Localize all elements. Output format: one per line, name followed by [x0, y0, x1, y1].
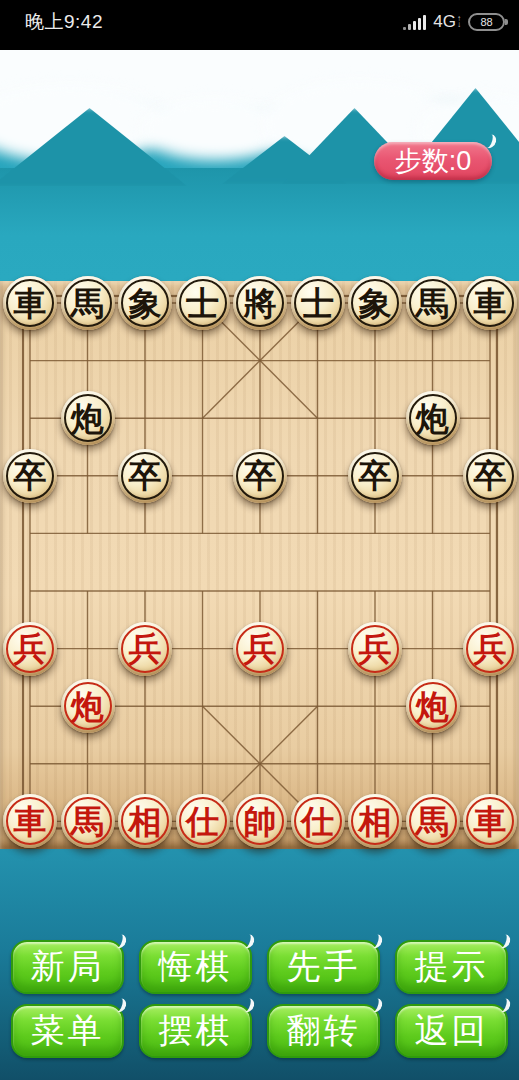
piece-glyph: 炮	[416, 690, 449, 723]
button-label: 摆棋	[159, 1008, 233, 1054]
board-intersection[interactable]: 車	[461, 793, 519, 851]
button-label: 提示	[415, 944, 489, 990]
board-intersection[interactable]: 士	[289, 274, 347, 332]
piece-black-cannon[interactable]: 炮	[61, 391, 115, 445]
piece-red-elephant[interactable]: 相	[348, 794, 402, 848]
board-intersection[interactable]	[461, 389, 519, 447]
board-intersection[interactable]: 仕	[289, 793, 347, 851]
piece-glyph: 將	[244, 287, 277, 320]
piece-red-soldier[interactable]: 兵	[118, 622, 172, 676]
board-intersection[interactable]	[59, 332, 117, 390]
piece-black-elephant[interactable]: 象	[348, 276, 402, 330]
piece-black-elephant[interactable]: 象	[118, 276, 172, 330]
board-intersection[interactable]	[174, 389, 232, 447]
board-intersection[interactable]	[461, 562, 519, 620]
board-intersection[interactable]	[289, 562, 347, 620]
piece-red-soldier[interactable]: 兵	[233, 622, 287, 676]
piece-black-soldier[interactable]: 卒	[463, 449, 517, 503]
piece-glyph: 帥	[244, 805, 277, 838]
piece-glyph: 卒	[474, 459, 507, 492]
board-intersection[interactable]	[346, 677, 404, 735]
board-intersection[interactable]	[1, 562, 59, 620]
clock-time: 晚上9:42	[25, 9, 103, 35]
button-label: 先手	[287, 944, 361, 990]
battery-icon: 88	[468, 13, 505, 31]
board-intersection[interactable]: 兵	[231, 620, 289, 678]
board-intersection[interactable]	[116, 735, 174, 793]
board-intersection[interactable]	[346, 389, 404, 447]
cloud	[140, 98, 290, 160]
piece-red-horse[interactable]: 馬	[61, 794, 115, 848]
board-intersection[interactable]	[116, 562, 174, 620]
board-intersection[interactable]	[116, 332, 174, 390]
piece-glyph: 士	[186, 287, 219, 320]
xiangqi-board: 車馬象士將士象馬車炮炮卒卒卒卒卒兵兵兵兵兵炮炮車馬相仕帥仕相馬車	[0, 281, 519, 849]
new-game-button[interactable]: 新局	[11, 940, 124, 994]
signal-strength-icon	[403, 15, 426, 30]
board-intersection[interactable]: 馬	[404, 274, 462, 332]
piece-red-elephant[interactable]: 相	[118, 794, 172, 848]
board-intersection[interactable]: 相	[116, 793, 174, 851]
button-shine-mark	[113, 997, 127, 1014]
board-intersection[interactable]	[231, 677, 289, 735]
button-shine-mark	[241, 997, 255, 1014]
board-intersection[interactable]: 兵	[461, 620, 519, 678]
piece-glyph: 車	[474, 805, 507, 838]
piece-glyph: 車	[14, 287, 47, 320]
menu-button[interactable]: 菜单	[11, 1004, 124, 1058]
button-shine-mark	[113, 933, 127, 950]
piece-red-cannon[interactable]: 炮	[406, 679, 460, 733]
board-intersection[interactable]: 卒	[1, 447, 59, 505]
board-intersection[interactable]	[174, 505, 232, 563]
board-intersection[interactable]: 車	[1, 793, 59, 851]
board-intersection[interactable]: 士	[174, 274, 232, 332]
piece-black-advisor[interactable]: 士	[176, 276, 230, 330]
piece-glyph: 兵	[474, 632, 507, 665]
piece-red-chariot[interactable]: 車	[463, 794, 517, 848]
piece-red-soldier[interactable]: 兵	[463, 622, 517, 676]
move-counter-badge: 步数:0	[374, 142, 492, 180]
board-intersection[interactable]: 相	[346, 793, 404, 851]
piece-glyph: 卒	[129, 459, 162, 492]
board-intersection[interactable]: 車	[461, 274, 519, 332]
board-intersection[interactable]	[231, 735, 289, 793]
board-intersection[interactable]	[289, 620, 347, 678]
piece-black-soldier[interactable]: 卒	[118, 449, 172, 503]
board-intersection[interactable]	[404, 735, 462, 793]
board-intersection[interactable]	[116, 389, 174, 447]
piece-glyph: 象	[129, 287, 162, 320]
piece-black-chariot[interactable]: 車	[3, 276, 57, 330]
setup-board-button[interactable]: 摆棋	[139, 1004, 252, 1058]
board-intersection[interactable]: 炮	[59, 389, 117, 447]
board-intersection[interactable]	[59, 620, 117, 678]
cloud-band	[0, 48, 519, 124]
status-icons: 4G ↑↓ 88	[403, 12, 505, 32]
piece-glyph: 馬	[71, 805, 104, 838]
board-intersection[interactable]	[346, 332, 404, 390]
piece-glyph: 相	[359, 805, 392, 838]
board-intersection[interactable]: 炮	[404, 389, 462, 447]
board-intersection[interactable]	[289, 447, 347, 505]
data-transfer-arrows-icon: ↑↓	[457, 16, 461, 28]
board-intersection[interactable]	[59, 735, 117, 793]
board-intersection[interactable]	[231, 562, 289, 620]
piece-glyph: 炮	[71, 690, 104, 723]
piece-glyph: 馬	[416, 805, 449, 838]
battery-percent: 88	[480, 16, 492, 28]
board-intersection[interactable]	[1, 677, 59, 735]
undo-move-button[interactable]: 悔棋	[139, 940, 252, 994]
board-intersection[interactable]	[174, 620, 232, 678]
board-intersection[interactable]: 卒	[231, 447, 289, 505]
move-counter-text: 步数:0	[395, 143, 472, 179]
play-first-button[interactable]: 先手	[267, 940, 380, 994]
piece-black-soldier[interactable]: 卒	[3, 449, 57, 503]
board-intersection[interactable]	[116, 677, 174, 735]
piece-black-soldier[interactable]: 卒	[348, 449, 402, 503]
piece-glyph: 炮	[416, 402, 449, 435]
piece-black-chariot[interactable]: 車	[463, 276, 517, 330]
piece-glyph: 兵	[14, 632, 47, 665]
piece-red-soldier[interactable]: 兵	[3, 622, 57, 676]
board-intersection[interactable]	[404, 620, 462, 678]
piece-glyph: 士	[301, 287, 334, 320]
board-intersection[interactable]	[174, 677, 232, 735]
board-intersection[interactable]: 將	[231, 274, 289, 332]
button-label: 翻转	[287, 1008, 361, 1054]
button-shine-mark	[241, 933, 255, 950]
piece-glyph: 仕	[186, 805, 219, 838]
button-label: 菜单	[31, 1008, 105, 1054]
network-label: 4G	[433, 12, 456, 32]
piece-glyph: 兵	[359, 632, 392, 665]
board-intersection[interactable]: 兵	[1, 620, 59, 678]
back-button[interactable]: 返回	[395, 1004, 508, 1058]
board-intersection[interactable]	[346, 735, 404, 793]
board-intersection[interactable]: 帥	[231, 793, 289, 851]
piece-black-advisor[interactable]: 士	[291, 276, 345, 330]
button-label: 悔棋	[159, 944, 233, 990]
piece-glyph: 馬	[416, 287, 449, 320]
board-intersection[interactable]	[289, 505, 347, 563]
piece-black-horse[interactable]: 馬	[406, 276, 460, 330]
board-intersection[interactable]: 卒	[116, 447, 174, 505]
piece-glyph: 馬	[71, 287, 104, 320]
board-intersection[interactable]: 卒	[346, 447, 404, 505]
board-intersection[interactable]: 卒	[461, 447, 519, 505]
board-intersection[interactable]: 兵	[346, 620, 404, 678]
wave-peak	[222, 136, 347, 184]
status-bar: 晚上9:42 4G ↑↓ 88	[0, 0, 519, 50]
piece-red-chariot[interactable]: 車	[3, 794, 57, 848]
button-shine-mark	[497, 997, 511, 1014]
board-intersection[interactable]	[59, 505, 117, 563]
board-intersection[interactable]: 象	[116, 274, 174, 332]
piece-black-cannon[interactable]: 炮	[406, 391, 460, 445]
board-intersection[interactable]	[461, 677, 519, 735]
piece-red-advisor[interactable]: 仕	[291, 794, 345, 848]
board-intersection[interactable]: 車	[1, 274, 59, 332]
board-intersection[interactable]: 馬	[404, 793, 462, 851]
board-intersection[interactable]	[404, 332, 462, 390]
button-shine-mark	[369, 933, 383, 950]
board-intersection[interactable]: 兵	[116, 620, 174, 678]
board-intersection[interactable]	[461, 332, 519, 390]
piece-black-horse[interactable]: 馬	[61, 276, 115, 330]
board-intersection[interactable]	[59, 562, 117, 620]
piece-glyph: 車	[474, 287, 507, 320]
control-button-panel: 新局 悔棋 先手 提示 菜单 摆棋 翻转 返回	[0, 940, 519, 1058]
badge-shine-mark	[483, 133, 497, 150]
flip-board-button[interactable]: 翻转	[267, 1004, 380, 1058]
piece-black-general[interactable]: 將	[233, 276, 287, 330]
board-intersection[interactable]	[174, 735, 232, 793]
board-intersection[interactable]	[231, 505, 289, 563]
board-intersection[interactable]	[346, 505, 404, 563]
board-intersection[interactable]	[1, 332, 59, 390]
piece-glyph: 兵	[129, 632, 162, 665]
board-intersection[interactable]	[174, 562, 232, 620]
piece-red-horse[interactable]: 馬	[406, 794, 460, 848]
piece-glyph: 卒	[359, 459, 392, 492]
piece-red-general[interactable]: 帥	[233, 794, 287, 848]
piece-red-soldier[interactable]: 兵	[348, 622, 402, 676]
board-intersection[interactable]	[289, 735, 347, 793]
board-intersection[interactable]	[1, 505, 59, 563]
board-intersection[interactable]	[346, 562, 404, 620]
piece-glyph: 象	[359, 287, 392, 320]
board-grid: 車馬象士將士象馬車炮炮卒卒卒卒卒兵兵兵兵兵炮炮車馬相仕帥仕相馬車	[1, 274, 519, 850]
cloud-shadow	[18, 100, 173, 142]
wave-peak	[0, 108, 187, 186]
board-intersection[interactable]	[231, 332, 289, 390]
board-intersection[interactable]	[174, 332, 232, 390]
board-intersection[interactable]	[231, 389, 289, 447]
board-intersection[interactable]	[289, 332, 347, 390]
piece-glyph: 卒	[244, 459, 277, 492]
board-intersection[interactable]	[404, 447, 462, 505]
piece-glyph: 車	[14, 805, 47, 838]
hint-button[interactable]: 提示	[395, 940, 508, 994]
piece-glyph: 相	[129, 805, 162, 838]
piece-glyph: 仕	[301, 805, 334, 838]
board-intersection[interactable]	[1, 389, 59, 447]
board-intersection[interactable]	[404, 505, 462, 563]
board-intersection[interactable]: 象	[346, 274, 404, 332]
piece-red-cannon[interactable]: 炮	[61, 679, 115, 733]
board-intersection[interactable]	[289, 677, 347, 735]
board-intersection[interactable]	[461, 505, 519, 563]
board-intersection[interactable]	[174, 447, 232, 505]
cloud-shadow	[200, 110, 320, 146]
phone-screen: 晚上9:42 4G ↑↓ 88 步数:0	[0, 0, 519, 1080]
board-intersection[interactable]	[1, 735, 59, 793]
piece-glyph: 兵	[244, 632, 277, 665]
piece-glyph: 卒	[14, 459, 47, 492]
piece-glyph: 炮	[71, 402, 104, 435]
sea-wave-base	[0, 168, 519, 280]
board-intersection[interactable]	[461, 735, 519, 793]
board-intersection[interactable]: 炮	[59, 677, 117, 735]
board-intersection[interactable]	[59, 447, 117, 505]
button-shine-mark	[497, 933, 511, 950]
board-intersection[interactable]	[289, 389, 347, 447]
board-intersection[interactable]: 馬	[59, 274, 117, 332]
button-shine-mark	[369, 997, 383, 1014]
board-intersection[interactable]	[404, 562, 462, 620]
button-label: 返回	[415, 1008, 489, 1054]
board-intersection[interactable]: 馬	[59, 793, 117, 851]
board-intersection[interactable]	[116, 505, 174, 563]
board-intersection[interactable]: 炮	[404, 677, 462, 735]
board-intersection[interactable]: 仕	[174, 793, 232, 851]
cloud	[0, 84, 170, 162]
button-label: 新局	[31, 944, 105, 990]
piece-black-soldier[interactable]: 卒	[233, 449, 287, 503]
network-type-indicator: 4G ↑↓	[433, 12, 461, 32]
piece-red-advisor[interactable]: 仕	[176, 794, 230, 848]
